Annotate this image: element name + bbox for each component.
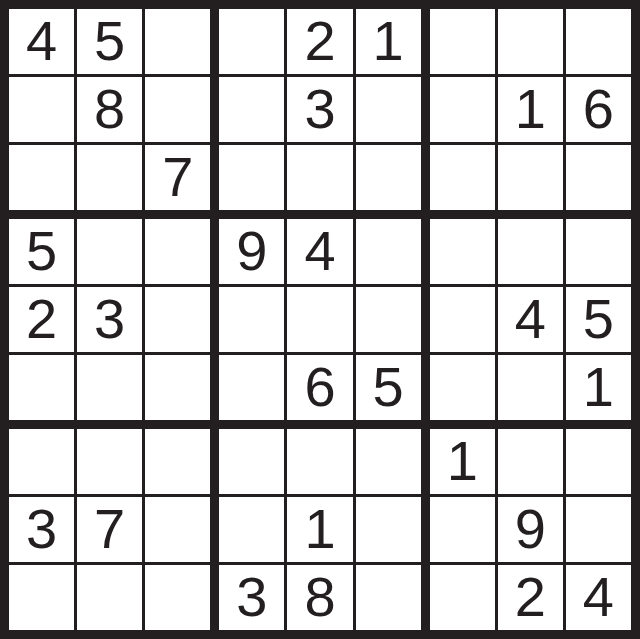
sudoku-cell[interactable] [430,9,495,74]
sudoku-cell[interactable] [356,219,421,284]
cell-digit: 7 [162,149,193,205]
sudoku-cell[interactable]: 3 [287,77,352,142]
sudoku-cell[interactable]: 5 [566,287,631,352]
sudoku-cell[interactable]: 5 [356,355,421,420]
sudoku-box: 16 [430,9,631,210]
cell-digit: 6 [304,359,335,415]
cell-digit: 3 [26,501,57,557]
sudoku-cell[interactable] [9,77,74,142]
cell-digit: 1 [447,433,478,489]
sudoku-cell[interactable] [430,145,495,210]
sudoku-cell[interactable] [430,287,495,352]
sudoku-cell[interactable] [145,77,210,142]
sudoku-cell[interactable] [356,497,421,562]
sudoku-cell[interactable] [77,429,142,494]
sudoku-cell[interactable] [9,145,74,210]
sudoku-cell[interactable] [430,77,495,142]
sudoku-cell[interactable]: 5 [9,219,74,284]
cell-digit: 5 [583,291,614,347]
cell-digit: 1 [373,13,404,69]
cell-digit: 4 [26,13,57,69]
sudoku-cell[interactable]: 9 [219,219,284,284]
sudoku-cell[interactable]: 9 [498,497,563,562]
sudoku-cell[interactable]: 4 [566,565,631,630]
sudoku-cell[interactable] [219,287,284,352]
cell-digit: 9 [515,501,546,557]
cell-digit: 3 [94,291,125,347]
sudoku-cell[interactable]: 1 [566,355,631,420]
sudoku-cell[interactable] [9,429,74,494]
sudoku-box: 1924 [430,429,631,630]
sudoku-cell[interactable] [145,429,210,494]
sudoku-box: 4587 [9,9,210,210]
cell-digit: 1 [515,81,546,137]
cell-digit: 5 [373,359,404,415]
cell-digit: 8 [304,569,335,625]
sudoku-cell[interactable] [145,287,210,352]
sudoku-cell[interactable]: 2 [9,287,74,352]
cell-digit: 3 [236,569,267,625]
cell-digit: 4 [304,223,335,279]
cell-digit: 1 [583,359,614,415]
cell-digit: 8 [94,81,125,137]
cell-digit: 9 [236,223,267,279]
sudoku-cell[interactable] [498,145,563,210]
sudoku-cell[interactable]: 8 [287,565,352,630]
sudoku-cell[interactable] [219,77,284,142]
sudoku-cell[interactable]: 1 [287,497,352,562]
sudoku-cell[interactable] [77,145,142,210]
sudoku-cell[interactable] [287,145,352,210]
cell-digit: 6 [583,81,614,137]
sudoku-cell[interactable] [219,9,284,74]
sudoku-cell[interactable] [77,355,142,420]
sudoku-cell[interactable] [498,9,563,74]
sudoku-cell[interactable] [356,145,421,210]
sudoku-cell[interactable]: 4 [9,9,74,74]
sudoku-box: 9465 [219,219,420,420]
sudoku-cell[interactable] [145,565,210,630]
sudoku-cell[interactable]: 5 [77,9,142,74]
cell-digit: 2 [304,13,335,69]
sudoku-cell[interactable] [356,77,421,142]
sudoku-cell[interactable]: 6 [566,77,631,142]
sudoku-cell[interactable] [287,429,352,494]
sudoku-cell[interactable] [430,219,495,284]
sudoku-cell[interactable]: 1 [430,429,495,494]
cell-digit: 2 [515,569,546,625]
sudoku-cell[interactable]: 2 [498,565,563,630]
sudoku-cell[interactable] [430,565,495,630]
sudoku-cell[interactable]: 3 [77,287,142,352]
sudoku-box: 523 [9,219,210,420]
sudoku-cell[interactable] [219,429,284,494]
sudoku-cell[interactable] [566,219,631,284]
sudoku-cell[interactable]: 8 [77,77,142,142]
sudoku-cell[interactable] [287,287,352,352]
sudoku-cell[interactable] [566,145,631,210]
sudoku-cell[interactable] [498,355,563,420]
sudoku-box: 451 [430,219,631,420]
sudoku-cell[interactable]: 3 [219,565,284,630]
sudoku-board: 4587 213 16 523 9465 451 37 138 1924 [0,0,640,639]
sudoku-cell[interactable] [219,497,284,562]
sudoku-cell[interactable]: 4 [287,219,352,284]
sudoku-box: 37 [9,429,210,630]
cell-digit: 1 [304,501,335,557]
cell-digit: 4 [583,569,614,625]
cell-digit: 2 [26,291,57,347]
sudoku-cell[interactable] [219,145,284,210]
sudoku-cell[interactable] [566,9,631,74]
sudoku-cell[interactable] [356,565,421,630]
sudoku-cell[interactable]: 4 [498,287,563,352]
sudoku-box: 213 [219,9,420,210]
sudoku-cell[interactable] [145,9,210,74]
sudoku-cell[interactable]: 1 [498,77,563,142]
sudoku-cell[interactable]: 1 [356,9,421,74]
sudoku-cell[interactable] [356,429,421,494]
cell-digit: 5 [94,13,125,69]
sudoku-cell[interactable]: 3 [9,497,74,562]
sudoku-cell[interactable] [77,219,142,284]
sudoku-cell[interactable] [145,355,210,420]
sudoku-cell[interactable] [498,219,563,284]
cell-digit: 5 [26,223,57,279]
sudoku-cell[interactable] [430,355,495,420]
sudoku-cell[interactable] [77,565,142,630]
sudoku-cell[interactable] [498,429,563,494]
sudoku-cell[interactable] [430,497,495,562]
sudoku-cell[interactable] [9,355,74,420]
cell-digit: 7 [94,501,125,557]
sudoku-box: 138 [219,429,420,630]
sudoku-cell[interactable] [145,497,210,562]
cell-digit: 3 [304,81,335,137]
sudoku-cell[interactable] [356,287,421,352]
sudoku-cell[interactable] [566,497,631,562]
sudoku-cell[interactable]: 2 [287,9,352,74]
sudoku-cell[interactable] [566,429,631,494]
sudoku-cell[interactable]: 6 [287,355,352,420]
sudoku-cell[interactable] [9,565,74,630]
sudoku-cell[interactable] [219,355,284,420]
sudoku-cell[interactable]: 7 [145,145,210,210]
sudoku-cell[interactable] [145,219,210,284]
sudoku-cell[interactable]: 7 [77,497,142,562]
cell-digit: 4 [515,291,546,347]
